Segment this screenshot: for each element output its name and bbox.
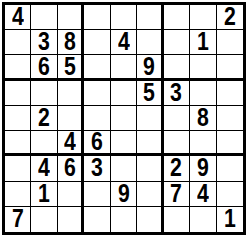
cell-r3c9[interactable] (217, 55, 243, 80)
cell-r8c7[interactable]: 7 (164, 182, 190, 207)
given-digit: 2 (170, 156, 182, 181)
cell-r4c9[interactable] (217, 81, 243, 106)
given-digit: 4 (38, 156, 50, 181)
cell-r6c8[interactable] (190, 131, 216, 156)
cell-r8c1[interactable] (5, 182, 31, 207)
cell-r8c8[interactable]: 4 (190, 182, 216, 207)
cell-r6c6[interactable] (137, 131, 163, 156)
given-digit: 5 (143, 81, 155, 106)
cell-r7c2[interactable]: 4 (31, 156, 57, 181)
cell-r1c7[interactable] (164, 5, 190, 30)
given-digit: 2 (224, 5, 236, 30)
cell-r5c6[interactable] (137, 106, 163, 131)
cell-r9c7[interactable] (164, 207, 190, 232)
sudoku-board: 42384165953284646329197471 (2, 2, 246, 235)
cell-r9c8[interactable] (190, 207, 216, 232)
cell-r2c5[interactable]: 4 (111, 30, 137, 55)
cell-r3c5[interactable] (111, 55, 137, 80)
cell-r9c9[interactable]: 1 (217, 207, 243, 232)
cell-r8c4[interactable] (84, 182, 110, 207)
cell-r5c9[interactable] (217, 106, 243, 131)
cell-r3c6[interactable]: 9 (137, 55, 163, 80)
cell-r2c7[interactable] (164, 30, 190, 55)
cell-r5c5[interactable] (111, 106, 137, 131)
cell-r7c6[interactable] (137, 156, 163, 181)
cell-r9c6[interactable] (137, 207, 163, 232)
cell-r3c7[interactable] (164, 55, 190, 80)
cell-r3c3[interactable]: 5 (58, 55, 84, 80)
cell-r2c1[interactable] (5, 30, 31, 55)
cell-r6c4[interactable]: 6 (84, 131, 110, 156)
cell-r2c4[interactable] (84, 30, 110, 55)
given-digit: 6 (91, 131, 103, 155)
given-digit: 4 (12, 5, 24, 30)
cell-r3c4[interactable] (84, 55, 110, 80)
given-digit: 4 (64, 131, 76, 155)
cell-r3c1[interactable] (5, 55, 31, 80)
cell-r2c3[interactable]: 8 (58, 30, 84, 55)
given-digit: 9 (197, 156, 209, 181)
cell-r9c1[interactable]: 7 (5, 207, 31, 232)
cell-r5c3[interactable] (58, 106, 84, 131)
cell-r9c4[interactable] (84, 207, 110, 232)
given-digit: 7 (12, 207, 24, 232)
cell-r7c3[interactable]: 6 (58, 156, 84, 181)
cell-r1c5[interactable] (111, 5, 137, 30)
cell-r1c3[interactable] (58, 5, 84, 30)
cell-r5c8[interactable]: 8 (190, 106, 216, 131)
cell-r1c2[interactable] (31, 5, 57, 30)
given-digit: 9 (143, 55, 155, 79)
cell-r7c7[interactable]: 2 (164, 156, 190, 181)
given-digit: 7 (170, 182, 182, 207)
cell-r8c9[interactable] (217, 182, 243, 207)
given-digit: 3 (170, 81, 182, 106)
cell-r4c6[interactable]: 5 (137, 81, 163, 106)
given-digit: 4 (197, 182, 209, 207)
cell-r9c3[interactable] (58, 207, 84, 232)
given-digit: 1 (197, 30, 209, 55)
given-digit: 8 (64, 30, 76, 55)
given-digit: 1 (224, 207, 236, 232)
cell-r6c7[interactable] (164, 131, 190, 156)
cell-r9c2[interactable] (31, 207, 57, 232)
cell-r7c8[interactable]: 9 (190, 156, 216, 181)
cell-r3c8[interactable] (190, 55, 216, 80)
given-digit: 5 (64, 55, 76, 79)
given-digit: 9 (118, 182, 130, 207)
cell-r5c7[interactable] (164, 106, 190, 131)
cell-r2c8[interactable]: 1 (190, 30, 216, 55)
cell-r4c1[interactable] (5, 81, 31, 106)
given-digit: 3 (38, 30, 50, 55)
cell-r7c1[interactable] (5, 156, 31, 181)
cell-r6c2[interactable] (31, 131, 57, 156)
cell-r4c8[interactable] (190, 81, 216, 106)
given-digit: 1 (38, 182, 50, 207)
cell-r8c3[interactable] (58, 182, 84, 207)
given-digit: 6 (38, 55, 50, 79)
cell-r7c9[interactable] (217, 156, 243, 181)
cell-r7c5[interactable] (111, 156, 137, 181)
given-digit: 2 (38, 106, 50, 131)
cell-r2c6[interactable] (137, 30, 163, 55)
cell-r4c7[interactable]: 3 (164, 81, 190, 106)
cell-r7c4[interactable]: 3 (84, 156, 110, 181)
cell-r8c6[interactable] (137, 182, 163, 207)
cell-r1c1[interactable]: 4 (5, 5, 31, 30)
cell-r1c8[interactable] (190, 5, 216, 30)
cell-r6c1[interactable] (5, 131, 31, 156)
cell-r6c9[interactable] (217, 131, 243, 156)
cell-r4c5[interactable] (111, 81, 137, 106)
cell-r9c5[interactable] (111, 207, 137, 232)
given-digit: 4 (118, 30, 130, 55)
cell-r2c9[interactable] (217, 30, 243, 55)
cell-r6c3[interactable]: 4 (58, 131, 84, 156)
cell-r2c2[interactable]: 3 (31, 30, 57, 55)
cell-r6c5[interactable] (111, 131, 137, 156)
cell-r5c2[interactable]: 2 (31, 106, 57, 131)
cell-r4c2[interactable] (31, 81, 57, 106)
cell-r3c2[interactable]: 6 (31, 55, 57, 80)
cell-r8c2[interactable]: 1 (31, 182, 57, 207)
cell-r1c9[interactable]: 2 (217, 5, 243, 30)
cell-r4c4[interactable] (84, 81, 110, 106)
cell-r8c5[interactable]: 9 (111, 182, 137, 207)
cell-r5c1[interactable] (5, 106, 31, 131)
cell-r1c4[interactable] (84, 5, 110, 30)
given-digit: 6 (64, 156, 76, 181)
cell-r4c3[interactable] (58, 81, 84, 106)
given-digit: 3 (91, 156, 103, 181)
cell-r5c4[interactable] (84, 106, 110, 131)
given-digit: 8 (197, 106, 209, 131)
cell-r1c6[interactable] (137, 5, 163, 30)
